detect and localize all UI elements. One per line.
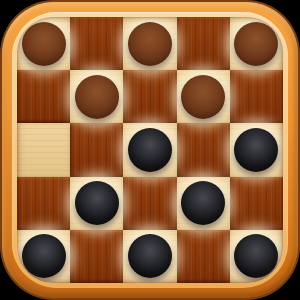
cell-r5-c3[interactable] (123, 230, 176, 283)
cell-r1-c2[interactable] (70, 17, 123, 70)
cell-r4-c3[interactable] (123, 177, 176, 230)
frame-inner-highlight (12, 12, 288, 288)
brown-piece[interactable] (181, 75, 225, 119)
cell-r5-c5[interactable] (230, 230, 283, 283)
black-piece[interactable] (22, 234, 66, 278)
black-piece[interactable] (234, 234, 278, 278)
app-icon (0, 0, 300, 300)
cell-r1-c4[interactable] (177, 17, 230, 70)
board-frame (2, 2, 298, 298)
brown-piece[interactable] (234, 22, 278, 66)
cell-r2-c2[interactable] (70, 70, 123, 123)
brown-piece[interactable] (75, 75, 119, 119)
brown-piece[interactable] (22, 22, 66, 66)
cell-r3-c1[interactable] (17, 123, 70, 176)
cell-r1-c3[interactable] (123, 17, 176, 70)
brown-piece[interactable] (128, 22, 172, 66)
checkers-board (17, 17, 283, 283)
cell-r5-c2[interactable] (70, 230, 123, 283)
black-piece[interactable] (128, 234, 172, 278)
black-piece[interactable] (75, 181, 119, 225)
cell-r4-c2[interactable] (70, 177, 123, 230)
cell-r2-c1[interactable] (17, 70, 70, 123)
cell-r2-c4[interactable] (177, 70, 230, 123)
cell-r4-c5[interactable] (230, 177, 283, 230)
cell-r4-c1[interactable] (17, 177, 70, 230)
cell-r1-c1[interactable] (17, 17, 70, 70)
cell-r3-c4[interactable] (177, 123, 230, 176)
cell-r5-c1[interactable] (17, 230, 70, 283)
black-piece[interactable] (181, 181, 225, 225)
cell-r5-c4[interactable] (177, 230, 230, 283)
cell-r1-c5[interactable] (230, 17, 283, 70)
cell-r2-c3[interactable] (123, 70, 176, 123)
cell-r2-c5[interactable] (230, 70, 283, 123)
cell-r3-c2[interactable] (70, 123, 123, 176)
cell-r4-c4[interactable] (177, 177, 230, 230)
cell-r3-c3[interactable] (123, 123, 176, 176)
cell-r3-c5[interactable] (230, 123, 283, 176)
black-piece[interactable] (234, 128, 278, 172)
black-piece[interactable] (128, 128, 172, 172)
